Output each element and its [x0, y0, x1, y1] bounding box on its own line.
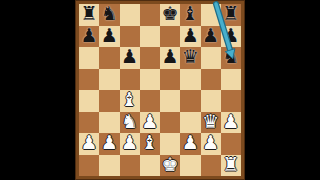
square-g4[interactable]	[201, 90, 221, 112]
black-bishop: ♝	[182, 4, 199, 23]
square-c3[interactable]: ♞	[120, 112, 140, 134]
square-h2[interactable]	[221, 133, 241, 155]
square-e5[interactable]	[160, 69, 180, 91]
square-f1[interactable]	[180, 155, 200, 177]
square-c8[interactable]	[120, 4, 140, 26]
white-pawn: ♟	[141, 112, 158, 131]
square-d1[interactable]	[140, 155, 160, 177]
square-f3[interactable]	[180, 112, 200, 134]
square-b5[interactable]	[99, 69, 119, 91]
white-pawn: ♟	[202, 133, 219, 152]
square-b1[interactable]	[99, 155, 119, 177]
square-h8[interactable]: ♜	[221, 4, 241, 26]
square-c2[interactable]: ♟	[120, 133, 140, 155]
black-knight: ♞	[222, 47, 239, 66]
black-queen: ♛	[182, 47, 199, 66]
square-a3[interactable]	[79, 112, 99, 134]
square-a1[interactable]	[79, 155, 99, 177]
white-pawn: ♟	[182, 133, 199, 152]
white-bishop: ♝	[141, 133, 158, 152]
square-e6[interactable]: ♟	[160, 47, 180, 69]
square-h7[interactable]: ♟	[221, 26, 241, 48]
chess-board-grid: ♜♞♚♝♜♟♟♟♟♟♟♟♛♞♝♞♟♛♟♟♟♟♝♟♟♚♜	[79, 4, 241, 176]
square-f8[interactable]: ♝	[180, 4, 200, 26]
square-g6[interactable]	[201, 47, 221, 69]
square-e3[interactable]	[160, 112, 180, 134]
square-d3[interactable]: ♟	[140, 112, 160, 134]
black-pawn: ♟	[162, 47, 179, 66]
white-pawn: ♟	[121, 133, 138, 152]
black-pawn: ♟	[202, 26, 219, 45]
black-pawn: ♟	[222, 26, 239, 45]
page-background: ♜♞♚♝♜♟♟♟♟♟♟♟♛♞♝♞♟♛♟♟♟♟♝♟♟♚♜	[0, 0, 320, 180]
square-h5[interactable]	[221, 69, 241, 91]
white-knight: ♞	[121, 112, 138, 131]
square-h6[interactable]: ♞	[221, 47, 241, 69]
white-pawn: ♟	[81, 133, 98, 152]
black-knight: ♞	[101, 4, 118, 23]
black-rook: ♜	[222, 4, 239, 23]
square-e7[interactable]	[160, 26, 180, 48]
square-b2[interactable]: ♟	[99, 133, 119, 155]
white-pawn: ♟	[101, 133, 118, 152]
square-a7[interactable]: ♟	[79, 26, 99, 48]
white-rook: ♜	[222, 155, 239, 174]
square-g7[interactable]: ♟	[201, 26, 221, 48]
square-d2[interactable]: ♝	[140, 133, 160, 155]
square-f7[interactable]: ♟	[180, 26, 200, 48]
square-c7[interactable]	[120, 26, 140, 48]
square-g3[interactable]: ♛	[201, 112, 221, 134]
square-a2[interactable]: ♟	[79, 133, 99, 155]
white-bishop: ♝	[121, 90, 138, 109]
square-a5[interactable]	[79, 69, 99, 91]
white-king: ♚	[162, 155, 179, 174]
square-d8[interactable]	[140, 4, 160, 26]
square-d6[interactable]	[140, 47, 160, 69]
black-rook: ♜	[81, 4, 98, 23]
square-c6[interactable]: ♟	[120, 47, 140, 69]
square-c1[interactable]	[120, 155, 140, 177]
square-c5[interactable]	[120, 69, 140, 91]
square-e2[interactable]	[160, 133, 180, 155]
square-b7[interactable]: ♟	[99, 26, 119, 48]
square-d5[interactable]	[140, 69, 160, 91]
square-h4[interactable]	[221, 90, 241, 112]
chess-board: ♜♞♚♝♜♟♟♟♟♟♟♟♛♞♝♞♟♛♟♟♟♟♝♟♟♚♜	[75, 0, 245, 180]
square-f4[interactable]	[180, 90, 200, 112]
square-g5[interactable]	[201, 69, 221, 91]
square-g2[interactable]: ♟	[201, 133, 221, 155]
square-d7[interactable]	[140, 26, 160, 48]
square-f5[interactable]	[180, 69, 200, 91]
square-f2[interactable]: ♟	[180, 133, 200, 155]
square-g1[interactable]	[201, 155, 221, 177]
square-f6[interactable]: ♛	[180, 47, 200, 69]
black-pawn: ♟	[81, 26, 98, 45]
square-b3[interactable]	[99, 112, 119, 134]
square-b8[interactable]: ♞	[99, 4, 119, 26]
square-g8[interactable]	[201, 4, 221, 26]
white-pawn: ♟	[222, 112, 239, 131]
square-b6[interactable]	[99, 47, 119, 69]
black-pawn: ♟	[182, 26, 199, 45]
square-a8[interactable]: ♜	[79, 4, 99, 26]
square-a4[interactable]	[79, 90, 99, 112]
square-d4[interactable]	[140, 90, 160, 112]
square-e1[interactable]: ♚	[160, 155, 180, 177]
square-h1[interactable]: ♜	[221, 155, 241, 177]
square-e8[interactable]: ♚	[160, 4, 180, 26]
square-e4[interactable]	[160, 90, 180, 112]
black-pawn: ♟	[121, 47, 138, 66]
square-c4[interactable]: ♝	[120, 90, 140, 112]
square-h3[interactable]: ♟	[221, 112, 241, 134]
black-pawn: ♟	[101, 26, 118, 45]
square-a6[interactable]	[79, 47, 99, 69]
square-b4[interactable]	[99, 90, 119, 112]
black-king: ♚	[162, 4, 179, 23]
white-queen: ♛	[202, 112, 219, 131]
